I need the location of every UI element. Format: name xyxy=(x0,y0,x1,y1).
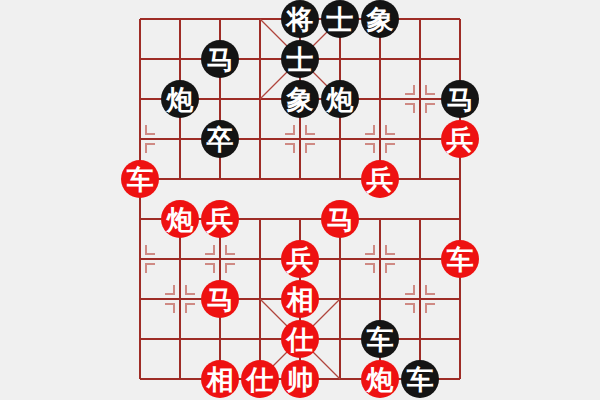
piece-black-advisor[interactable]: 士 xyxy=(321,0,359,38)
piece-red-pawn[interactable]: 兵 xyxy=(361,160,399,198)
piece-red-rook[interactable]: 车 xyxy=(441,240,479,278)
xiangqi-app: 将士象马士炮象炮马卒兵车兵炮兵马兵车马相仕车相仕帅炮车 xyxy=(0,0,600,400)
pieces-layer: 将士象马士炮象炮马卒兵车兵炮兵马兵车马相仕车相仕帅炮车 xyxy=(120,0,480,399)
piece-red-pawn[interactable]: 兵 xyxy=(201,200,239,238)
piece-red-cannon[interactable]: 炮 xyxy=(361,360,399,398)
piece-red-horse[interactable]: 马 xyxy=(201,280,239,318)
piece-red-general[interactable]: 帅 xyxy=(281,360,319,398)
piece-red-horse[interactable]: 马 xyxy=(321,200,359,238)
piece-red-advisor[interactable]: 仕 xyxy=(241,360,279,398)
piece-red-advisor[interactable]: 仕 xyxy=(281,320,319,358)
piece-black-horse[interactable]: 马 xyxy=(441,80,479,118)
piece-black-rook[interactable]: 车 xyxy=(401,360,439,398)
piece-red-elephant[interactable]: 相 xyxy=(201,360,239,398)
piece-black-cannon[interactable]: 炮 xyxy=(161,80,199,118)
piece-black-rook[interactable]: 车 xyxy=(361,320,399,358)
piece-red-cannon[interactable]: 炮 xyxy=(161,200,199,238)
piece-black-advisor[interactable]: 士 xyxy=(281,40,319,78)
piece-red-elephant[interactable]: 相 xyxy=(281,280,319,318)
piece-black-horse[interactable]: 马 xyxy=(201,40,239,78)
piece-red-pawn[interactable]: 兵 xyxy=(441,120,479,158)
piece-black-pawn[interactable]: 卒 xyxy=(201,120,239,158)
piece-black-elephant[interactable]: 象 xyxy=(361,0,399,38)
piece-black-elephant[interactable]: 象 xyxy=(281,80,319,118)
piece-black-general[interactable]: 将 xyxy=(281,0,319,38)
piece-red-rook[interactable]: 车 xyxy=(121,160,159,198)
xiangqi-board: 将士象马士炮象炮马卒兵车兵炮兵马兵车马相仕车相仕帅炮车 xyxy=(120,0,480,399)
piece-red-pawn[interactable]: 兵 xyxy=(281,240,319,278)
piece-black-cannon[interactable]: 炮 xyxy=(321,80,359,118)
